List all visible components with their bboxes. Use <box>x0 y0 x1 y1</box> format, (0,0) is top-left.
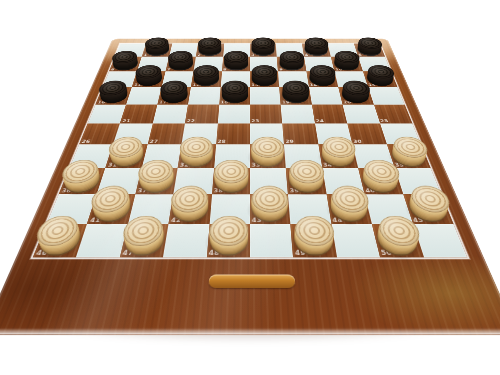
scene: 1234567891011121314151617181920212223242… <box>0 0 500 375</box>
board-frame <box>0 39 500 336</box>
board: 1234567891011121314151617181920212223242… <box>0 39 500 336</box>
